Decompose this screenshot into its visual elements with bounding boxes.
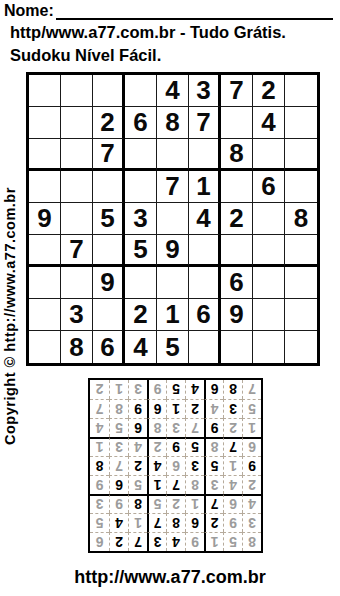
solution-cell-r3c9: 3: [90, 494, 109, 513]
solution-cell-r5c9: 8: [90, 456, 109, 475]
solution-cell-r2c2: 9: [223, 513, 242, 532]
solution-cell-r3c5: 2: [166, 494, 185, 513]
cell-r8c2: 3: [61, 299, 93, 331]
cell-r8c9: [285, 299, 317, 331]
solution-cell-r8c3: 4: [204, 399, 223, 418]
cell-r8c3: [93, 299, 125, 331]
solution-cell-r4c7: 5: [128, 475, 147, 494]
solution-cell-r1c8: 2: [109, 532, 128, 551]
cell-r3c8: [253, 139, 285, 171]
cell-r7c9: [285, 267, 317, 299]
solution-cell-r6c1: 6: [242, 437, 261, 456]
solution-cell-r4c4: 8: [185, 475, 204, 494]
solution-cell-r3c7: 8: [128, 494, 147, 513]
solution-cell-r5c7: 2: [128, 456, 147, 475]
cell-r8c8: [253, 299, 285, 331]
cell-r7c6: [189, 267, 221, 299]
cell-r1c6: 3: [189, 75, 221, 107]
solution-cell-r3c6: 5: [147, 494, 166, 513]
solution-cell-r2c1: 3: [242, 513, 261, 532]
name-fill-line: [56, 3, 333, 20]
solution-cell-r2c4: 6: [185, 513, 204, 532]
cell-r7c1: [29, 267, 61, 299]
cell-r5c5: [157, 203, 189, 235]
cell-r9c4: 4: [125, 331, 157, 363]
cell-r5c9: 8: [285, 203, 317, 235]
cell-r5c8: [253, 203, 285, 235]
solution-cell-r3c2: 6: [223, 494, 242, 513]
cell-r2c8: 4: [253, 107, 285, 139]
cell-r1c9: [285, 75, 317, 107]
cell-r1c1: [29, 75, 61, 107]
cell-r4c3: [93, 171, 125, 203]
solution-cell-r9c9: 2: [90, 380, 109, 399]
cell-r9c8: [253, 331, 285, 363]
solution-cell-r9c5: 5: [166, 380, 185, 399]
solution-cell-r5c5: 6: [166, 456, 185, 475]
solution-cell-r5c3: 5: [204, 456, 223, 475]
cell-r6c9: [285, 235, 317, 267]
cell-r1c8: 2: [253, 75, 285, 107]
solution-cell-r7c2: 2: [223, 418, 242, 437]
cell-r5c3: 5: [93, 203, 125, 235]
solution-cell-r7c5: 3: [166, 418, 185, 437]
cell-r4c7: [221, 171, 253, 203]
sudoku-printout-page: Nome: http/www.a77.com.br - Tudo Grátis.…: [0, 0, 340, 596]
solution-cell-r7c1: 1: [242, 418, 261, 437]
cell-r4c1: [29, 171, 61, 203]
solution-cell-r9c7: 3: [128, 380, 147, 399]
cell-r6c6: [189, 235, 221, 267]
solution-cell-r4c2: 4: [223, 475, 242, 494]
solution-cell-r4c5: 7: [166, 475, 185, 494]
solution-cell-r9c4: 4: [185, 380, 204, 399]
cell-r6c3: [93, 235, 125, 267]
cell-r5c4: 3: [125, 203, 157, 235]
cell-r5c2: [61, 203, 93, 235]
solution-cell-r8c1: 5: [242, 399, 261, 418]
cell-r1c5: 4: [157, 75, 189, 107]
solution-cell-r8c9: 7: [90, 399, 109, 418]
cell-r4c8: 6: [253, 171, 285, 203]
solution-cell-r3c1: 4: [242, 494, 261, 513]
cell-r9c6: [189, 331, 221, 363]
solution-cell-r6c4: 5: [185, 437, 204, 456]
solution-cell-r1c9: 6: [90, 532, 109, 551]
solution-cell-r2c3: 2: [204, 513, 223, 532]
cell-r6c1: [29, 235, 61, 267]
cell-r3c2: [61, 139, 93, 171]
solution-cell-r2c7: 1: [128, 513, 147, 532]
name-label: Nome:: [4, 2, 54, 20]
solution-cell-r2c9: 5: [90, 513, 109, 532]
cell-r8c5: 1: [157, 299, 189, 331]
solution-cell-r5c6: 4: [147, 456, 166, 475]
solution-cell-r2c5: 8: [166, 513, 185, 532]
solution-cell-r6c7: 4: [128, 437, 147, 456]
cell-r1c4: [125, 75, 157, 107]
solution-cell-r1c6: 3: [147, 532, 166, 551]
solution-cell-r9c8: 1: [109, 380, 128, 399]
cell-r3c3: 7: [93, 139, 125, 171]
cell-r6c4: 5: [125, 235, 157, 267]
solution-cell-r7c3: 9: [204, 418, 223, 437]
cell-r8c6: 6: [189, 299, 221, 331]
solution-cell-r7c4: 7: [185, 418, 204, 437]
solution-cell-r1c2: 5: [223, 532, 242, 551]
cell-r9c5: 5: [157, 331, 189, 363]
site-title: http/www.a77.com.br - Tudo Grátis.: [10, 23, 286, 42]
solution-cell-r3c4: 1: [185, 494, 204, 513]
solution-cell-r7c8: 5: [109, 418, 128, 437]
sudoku-grid: 4372268747871695342875996321698645: [26, 72, 320, 366]
solution-cell-r2c6: 7: [147, 513, 166, 532]
cell-r5c7: 2: [221, 203, 253, 235]
solution-cell-r8c7: 9: [128, 399, 147, 418]
cell-r4c2: [61, 171, 93, 203]
solution-cell-r2c8: 4: [109, 513, 128, 532]
solution-cell-r6c8: 3: [109, 437, 128, 456]
cell-r5c1: 9: [29, 203, 61, 235]
cell-r4c4: [125, 171, 157, 203]
footer-url: http://www.a77.com.br: [0, 567, 340, 588]
name-row: Nome:: [4, 2, 333, 20]
puzzle-level-title: Sudoku Nível Fácil.: [10, 46, 161, 65]
solution-cell-r8c6: 6: [147, 399, 166, 418]
cell-r6c2: 7: [61, 235, 93, 267]
cell-r9c9: [285, 331, 317, 363]
solution-cell-r4c6: 1: [147, 475, 166, 494]
solution-cell-r1c1: 8: [242, 532, 261, 551]
cell-r7c7: 6: [221, 267, 253, 299]
solution-cell-r6c9: 1: [90, 437, 109, 456]
cell-r5c6: 4: [189, 203, 221, 235]
solution-cell-r5c8: 7: [109, 456, 128, 475]
solution-cell-r6c6: 2: [147, 437, 166, 456]
cell-r3c4: [125, 139, 157, 171]
solution-cell-r1c3: 1: [204, 532, 223, 551]
cell-r3c7: 8: [221, 139, 253, 171]
cell-r2c6: 7: [189, 107, 221, 139]
solution-cell-r5c4: 3: [185, 456, 204, 475]
solution-cell-r9c2: 8: [223, 380, 242, 399]
solution-cell-r6c3: 8: [204, 437, 223, 456]
solution-cell-r8c5: 1: [166, 399, 185, 418]
solution-cell-r1c7: 7: [128, 532, 147, 551]
cell-r8c4: 2: [125, 299, 157, 331]
solution-cell-r9c6: 9: [147, 380, 166, 399]
cell-r3c6: [189, 139, 221, 171]
solution-cell-r4c3: 3: [204, 475, 223, 494]
cell-r7c3: 9: [93, 267, 125, 299]
solution-cell-r5c1: 9: [242, 456, 261, 475]
cell-r7c5: [157, 267, 189, 299]
solution-cell-r9c1: 7: [242, 380, 261, 399]
solution-cell-r7c9: 4: [90, 418, 109, 437]
cell-r4c5: 7: [157, 171, 189, 203]
solution-cell-r4c8: 6: [109, 475, 128, 494]
solution-cell-r9c3: 6: [204, 380, 223, 399]
cell-r3c5: [157, 139, 189, 171]
solution-cell-r8c8: 8: [109, 399, 128, 418]
cell-r3c9: [285, 139, 317, 171]
solution-cell-r7c7: 6: [128, 418, 147, 437]
cell-r6c8: [253, 235, 285, 267]
cell-r4c6: 1: [189, 171, 221, 203]
cell-r9c3: 6: [93, 331, 125, 363]
solution-cell-r6c5: 9: [166, 437, 185, 456]
cell-r3c1: [29, 139, 61, 171]
solution-cell-r3c3: 7: [204, 494, 223, 513]
cell-r1c2: [61, 75, 93, 107]
cell-r9c2: 8: [61, 331, 93, 363]
cell-r6c7: [221, 235, 253, 267]
cell-r2c3: 2: [93, 107, 125, 139]
solution-cell-r4c1: 2: [242, 475, 261, 494]
cell-r2c5: 8: [157, 107, 189, 139]
solution-cell-r1c4: 9: [185, 532, 204, 551]
solution-cell-r8c4: 2: [185, 399, 204, 418]
cell-r7c8: [253, 267, 285, 299]
solution-cell-r7c6: 8: [147, 418, 166, 437]
solution-cell-r6c2: 7: [223, 437, 242, 456]
cell-r8c1: [29, 299, 61, 331]
solution-cell-r3c8: 9: [109, 494, 128, 513]
cell-r7c2: [61, 267, 93, 299]
cell-r8c7: 9: [221, 299, 253, 331]
cell-r9c7: [221, 331, 253, 363]
solution-cell-r8c2: 3: [223, 399, 242, 418]
solution-cell-r4c9: 9: [90, 475, 109, 494]
cell-r2c2: [61, 107, 93, 139]
cell-r1c3: [93, 75, 125, 107]
cell-r2c7: [221, 107, 253, 139]
cell-r1c7: 7: [221, 75, 253, 107]
cell-r9c1: [29, 331, 61, 363]
cell-r6c5: 9: [157, 235, 189, 267]
cell-r2c4: 6: [125, 107, 157, 139]
cell-r2c9: [285, 107, 317, 139]
solution-cell-r1c5: 4: [166, 532, 185, 551]
solution-grid-rotated: 8519437263926871454671258932438715699153…: [88, 378, 263, 553]
solution-cell-r5c2: 1: [223, 456, 242, 475]
cell-r7c4: [125, 267, 157, 299]
cell-r4c9: [285, 171, 317, 203]
cell-r2c1: [29, 107, 61, 139]
vertical-copyright-text: Copyright © http://www.a77.com.br: [2, 133, 19, 445]
